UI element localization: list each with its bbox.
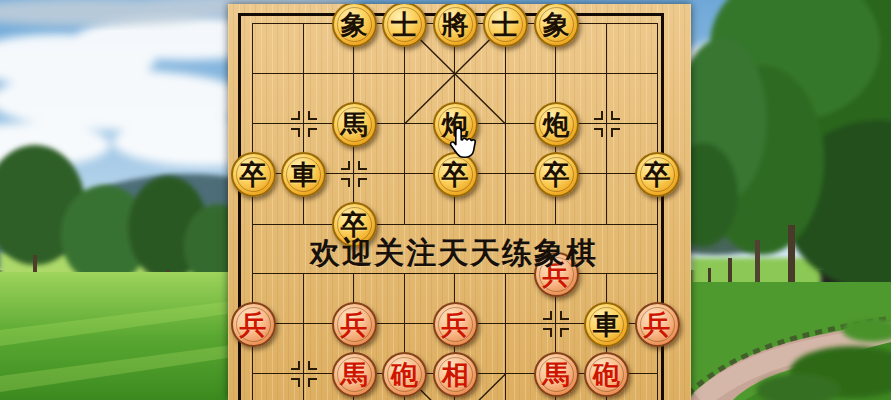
piece-black-soldier[interactable]: 卒 xyxy=(534,152,579,197)
piece-black-soldier[interactable]: 卒 xyxy=(231,152,276,197)
piece-red-horse[interactable]: 馬 xyxy=(534,352,579,397)
xiangqi-board[interactable]: 象士將士象馬炮炮卒車卒卒卒卒兵兵兵兵車兵馬砲相馬砲 欢迎关注天天练象棋 xyxy=(228,4,691,400)
piece-black-elephant[interactable]: 象 xyxy=(332,4,377,47)
piece-red-cannon[interactable]: 砲 xyxy=(584,352,629,397)
river-watermark-text: 欢迎关注天天练象棋 xyxy=(252,230,656,276)
position-mark xyxy=(291,111,317,137)
piece-black-soldier[interactable]: 卒 xyxy=(433,152,478,197)
piece-black-advisor[interactable]: 士 xyxy=(483,4,528,47)
piece-red-horse[interactable]: 馬 xyxy=(332,352,377,397)
piece-black-chariot[interactable]: 車 xyxy=(281,152,326,197)
piece-black-elephant[interactable]: 象 xyxy=(534,4,579,47)
piece-black-soldier[interactable]: 卒 xyxy=(635,152,680,197)
piece-red-soldier[interactable]: 兵 xyxy=(433,302,478,347)
piece-black-chariot[interactable]: 車 xyxy=(584,302,629,347)
piece-red-soldier[interactable]: 兵 xyxy=(635,302,680,347)
position-mark xyxy=(341,161,367,187)
piece-red-cannon[interactable]: 砲 xyxy=(382,352,427,397)
piece-red-soldier[interactable]: 兵 xyxy=(231,302,276,347)
piece-black-advisor[interactable]: 士 xyxy=(382,4,427,47)
piece-black-horse[interactable]: 馬 xyxy=(332,102,377,147)
piece-black-cannon[interactable]: 炮 xyxy=(534,102,579,147)
screenshot-root: 象士將士象馬炮炮卒車卒卒卒卒兵兵兵兵車兵馬砲相馬砲 欢迎关注天天练象棋 xyxy=(0,0,891,400)
piece-black-general[interactable]: 將 xyxy=(433,4,478,47)
piece-red-soldier[interactable]: 兵 xyxy=(332,302,377,347)
piece-red-elephant[interactable]: 相 xyxy=(433,352,478,397)
position-mark xyxy=(543,311,569,337)
position-mark xyxy=(291,361,317,387)
cursor-pointer-icon xyxy=(449,126,476,158)
position-mark xyxy=(594,111,620,137)
